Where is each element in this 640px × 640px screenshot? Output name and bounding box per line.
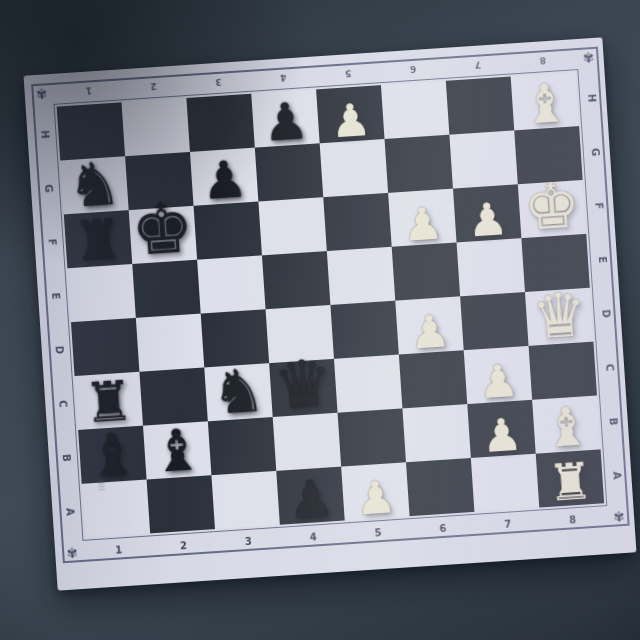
- board-square[interactable]: ♝: [78, 426, 146, 484]
- left-edge-letter: F: [46, 239, 57, 247]
- white-pawn[interactable]: ♟: [466, 196, 509, 244]
- corner-ornament-icon: ✾: [66, 545, 78, 561]
- board-square[interactable]: [399, 350, 467, 408]
- board-square[interactable]: [327, 247, 395, 305]
- black-pawn[interactable]: ♟: [200, 153, 249, 207]
- board-square[interactable]: ♟: [316, 85, 384, 143]
- bottom-edge-number: 3: [245, 535, 253, 546]
- left-edge-letter: E: [49, 292, 60, 300]
- board-square[interactable]: [186, 94, 254, 152]
- board-fine-print: ||||: [98, 479, 106, 492]
- board-square[interactable]: [392, 242, 460, 300]
- board-square[interactable]: ♝: [532, 395, 600, 453]
- white-pawn[interactable]: ♟: [329, 97, 372, 145]
- white-queen[interactable]: ♛: [530, 283, 589, 347]
- board-square[interactable]: ♝: [511, 72, 579, 130]
- corner-ornament-icon: ✾: [613, 508, 625, 524]
- right-edge-letter: A: [611, 471, 622, 479]
- bottom-edge-number: 5: [374, 527, 382, 538]
- board-square[interactable]: [262, 251, 330, 309]
- board-square[interactable]: [406, 458, 474, 516]
- right-edge-letter: D: [600, 309, 612, 318]
- right-edge-letter: B: [607, 417, 618, 425]
- board-square[interactable]: ♛: [525, 288, 593, 346]
- white-pawn[interactable]: ♟: [477, 358, 520, 406]
- board-square[interactable]: ♝: [143, 421, 211, 479]
- right-edge-letter: E: [596, 256, 607, 264]
- bottom-edge-number: 8: [569, 514, 577, 525]
- white-king[interactable]: ♚: [522, 173, 583, 240]
- board-square[interactable]: ♟: [251, 89, 319, 147]
- white-bishop[interactable]: ♝: [541, 399, 592, 455]
- bottom-edge-number: 2: [180, 539, 188, 550]
- board-square[interactable]: ♞: [204, 363, 272, 421]
- board-square[interactable]: ♜: [64, 210, 132, 268]
- board-square[interactable]: [211, 471, 279, 529]
- board-square[interactable]: [446, 77, 514, 135]
- board-square[interactable]: [320, 139, 388, 197]
- right-edge-letter: G: [589, 148, 601, 157]
- left-edge-letter: H: [39, 130, 51, 139]
- board-square[interactable]: [136, 314, 204, 372]
- board-square[interactable]: ♟: [388, 189, 456, 247]
- white-pawn[interactable]: ♟: [401, 200, 444, 248]
- black-queen[interactable]: ♛: [272, 350, 334, 419]
- board-square[interactable]: ♚: [518, 180, 586, 238]
- chess-board-mat: ✾ ✾ ✾ ✾ |||| ♟♟♝♞♟♜♚♟♟♚♟♛♜♞♛♟♝♝♟♝♟♟♜ HGF…: [24, 37, 637, 590]
- left-edge-letter: G: [42, 184, 54, 193]
- board-square[interactable]: [258, 197, 326, 255]
- board-square[interactable]: ♟: [190, 148, 258, 206]
- top-edge-number: 6: [409, 64, 416, 74]
- board-square[interactable]: ♟: [276, 467, 344, 525]
- right-edge-letter: H: [586, 94, 598, 103]
- right-edge-letter: C: [603, 364, 614, 372]
- white-rook[interactable]: ♜: [546, 456, 594, 509]
- board-square[interactable]: [338, 408, 406, 466]
- left-edge-letter: D: [53, 346, 65, 355]
- board-square[interactable]: ♟: [453, 184, 521, 242]
- board-square[interactable]: [323, 193, 391, 251]
- corner-ornament-icon: ✾: [36, 86, 48, 102]
- board-square[interactable]: [330, 301, 398, 359]
- white-bishop[interactable]: ♝: [520, 76, 571, 132]
- board-square[interactable]: [381, 81, 449, 139]
- left-edge-letter: B: [60, 454, 71, 462]
- white-pawn[interactable]: ♟: [480, 412, 523, 460]
- board-square[interactable]: [334, 355, 402, 413]
- board-square[interactable]: [197, 255, 265, 313]
- board-square[interactable]: [457, 238, 525, 296]
- black-knight[interactable]: ♞: [210, 360, 268, 423]
- chessboard-photo: ✾ ✾ ✾ ✾ |||| ♟♟♝♞♟♜♚♟♟♚♟♛♜♞♛♟♝♝♟♝♟♟♜ HGF…: [0, 0, 640, 640]
- black-rook[interactable]: ♜: [72, 212, 125, 270]
- corner-ornament-icon: ✾: [583, 49, 595, 65]
- white-pawn[interactable]: ♟: [354, 474, 397, 522]
- board-square[interactable]: ♟: [395, 296, 463, 354]
- black-pawn[interactable]: ♟: [286, 472, 335, 526]
- right-edge-letter: F: [593, 202, 604, 210]
- board-square[interactable]: [471, 454, 539, 512]
- board-square[interactable]: ♟: [341, 462, 409, 520]
- chess-board-grid: ♟♟♝♞♟♜♚♟♟♚♟♛♜♞♛♟♝♝♟♝♟♟♜: [57, 72, 604, 538]
- top-edge-number: 5: [344, 68, 351, 78]
- board-square[interactable]: ♛: [269, 359, 337, 417]
- top-edge-number: 1: [85, 85, 92, 95]
- black-king[interactable]: ♚: [129, 193, 195, 266]
- black-bishop[interactable]: ♝: [85, 425, 140, 485]
- board-square[interactable]: [385, 135, 453, 193]
- white-pawn[interactable]: ♟: [408, 308, 451, 356]
- left-edge-letter: A: [64, 507, 75, 515]
- board-square[interactable]: [71, 318, 139, 376]
- bottom-edge-number: 4: [309, 531, 317, 542]
- black-bishop[interactable]: ♝: [150, 421, 205, 481]
- board-square[interactable]: [460, 292, 528, 350]
- board-square[interactable]: ♟: [464, 346, 532, 404]
- board-square[interactable]: ♟: [467, 400, 535, 458]
- top-edge-number: 7: [474, 59, 481, 69]
- left-edge-letter: C: [57, 400, 68, 408]
- top-edge-number: 4: [279, 72, 286, 82]
- top-edge-number: 3: [214, 77, 221, 87]
- black-pawn[interactable]: ♟: [261, 95, 310, 149]
- board-square[interactable]: [402, 404, 470, 462]
- bottom-edge-number: 6: [439, 522, 447, 533]
- board-square[interactable]: [449, 130, 517, 188]
- bottom-edge-number: 7: [504, 518, 512, 529]
- board-square[interactable]: [122, 98, 190, 156]
- board-square[interactable]: ♚: [129, 206, 197, 264]
- board-square[interactable]: ♜: [536, 449, 604, 507]
- top-edge-number: 2: [150, 81, 157, 91]
- bottom-edge-number: 1: [115, 544, 123, 555]
- board-square[interactable]: ♞: [60, 156, 128, 214]
- top-edge-number: 8: [539, 55, 546, 65]
